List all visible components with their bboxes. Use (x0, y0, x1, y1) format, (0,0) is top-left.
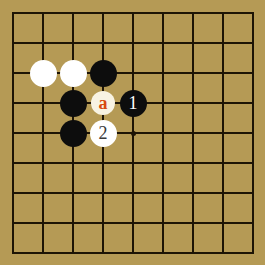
grid-line-horizontal (12, 192, 254, 194)
grid-line-horizontal (12, 252, 254, 254)
move-number-label: 2 (99, 124, 108, 142)
point-label-text: a (99, 94, 108, 112)
grid-line-vertical (222, 12, 224, 254)
move-number-label: 1 (129, 94, 138, 112)
white-stone (60, 60, 87, 87)
star-point (131, 131, 136, 136)
go-diagram: 12a (0, 0, 265, 265)
grid-line-vertical (252, 12, 254, 254)
go-board: 12a (0, 0, 265, 265)
black-stone (60, 90, 87, 117)
black-stone (60, 120, 87, 147)
grid-line-vertical (192, 12, 194, 254)
black-stone (90, 60, 117, 87)
grid-line-vertical (162, 12, 164, 254)
white-stone-move-2: 2 (90, 120, 117, 147)
white-stone (30, 60, 57, 87)
point-label-a: a (91, 91, 115, 115)
grid-line-horizontal (12, 162, 254, 164)
grid-line-horizontal (12, 222, 254, 224)
black-stone-move-1: 1 (120, 90, 147, 117)
